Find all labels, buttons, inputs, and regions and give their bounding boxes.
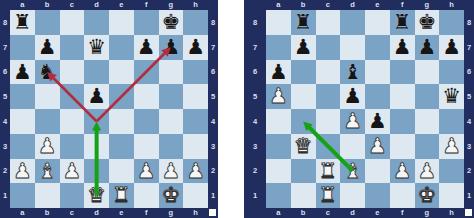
square-b7[interactable]: ♟: [35, 35, 60, 60]
chess-board-left-board: abcdefgh87654321♜♚♟♛♟♟♟♟♞♟♟♟♝♟♟♟♟♛♜♚8765…: [0, 0, 218, 218]
rank-label-7: 7: [253, 43, 257, 52]
black-bishop: ♝: [343, 60, 362, 85]
rank-label-3: 3: [211, 142, 215, 151]
square-e4[interactable]: ♟: [365, 109, 390, 134]
square-d8[interactable]: [84, 10, 109, 35]
square-e2[interactable]: [109, 159, 134, 184]
black-king: ♚: [417, 10, 436, 35]
white-pawn: ♟: [368, 134, 387, 159]
square-g8[interactable]: ♚: [415, 10, 440, 35]
rank-label-1: 1: [467, 191, 471, 200]
rank-labels-right: 87654321: [208, 10, 218, 208]
file-label-g: g: [425, 208, 430, 218]
rank-label-2: 2: [3, 166, 7, 175]
rank-labels-right: 87654321: [464, 10, 474, 208]
square-b7[interactable]: ♟: [291, 35, 316, 60]
black-queen: ♛: [442, 84, 461, 109]
black-rook: ♜: [294, 10, 313, 35]
file-label-f: f: [401, 0, 404, 10]
square-a8[interactable]: [266, 10, 291, 35]
square-f5[interactable]: [134, 84, 159, 109]
square-f8[interactable]: ♜: [390, 10, 415, 35]
square-a4[interactable]: [10, 109, 35, 134]
square-b6[interactable]: ♞: [35, 60, 60, 85]
square-c4[interactable]: [316, 109, 341, 134]
square-d3[interactable]: [84, 134, 109, 159]
black-pawn: ♟: [13, 60, 32, 85]
file-label-c: c: [326, 208, 330, 218]
square-g3[interactable]: [415, 134, 440, 159]
file-label-h: h: [193, 0, 198, 10]
square-d5[interactable]: ♟: [340, 84, 365, 109]
square-b1[interactable]: [291, 183, 316, 208]
square-e1[interactable]: [365, 183, 390, 208]
square-f2[interactable]: ♟: [134, 159, 159, 184]
square-f4[interactable]: [134, 109, 159, 134]
file-label-c: c: [70, 0, 74, 10]
board-middle: 87654321♜♜♚♟♟♟♟♟♝♟♟♛♟♟♛♟♟♜♝♟♟♜♚87654321: [244, 10, 474, 208]
black-pawn: ♟: [393, 35, 412, 60]
file-label-a: a: [20, 208, 24, 218]
rank-label-6: 6: [467, 67, 471, 76]
square-g4[interactable]: [415, 109, 440, 134]
black-pawn: ♟: [186, 35, 205, 60]
square-d3[interactable]: [340, 134, 365, 159]
square-d8[interactable]: [340, 10, 365, 35]
square-h2[interactable]: ♟: [183, 159, 208, 184]
square-a8[interactable]: ♜: [10, 10, 35, 35]
square-a5[interactable]: ♟: [266, 84, 291, 109]
rank-label-8: 8: [3, 18, 7, 27]
white-pawn: ♟: [38, 134, 57, 159]
white-king: ♚: [417, 183, 436, 208]
white-queen: ♛: [87, 183, 106, 208]
file-label-d: d: [94, 0, 99, 10]
square-f1[interactable]: [390, 183, 415, 208]
rank-label-8: 8: [253, 18, 257, 27]
black-king: ♚: [161, 10, 180, 35]
square-a7[interactable]: [10, 35, 35, 60]
rank-label-6: 6: [211, 67, 215, 76]
square-e2[interactable]: [365, 159, 390, 184]
file-label-f: f: [145, 208, 148, 218]
file-label-e: e: [375, 208, 379, 218]
square-c2[interactable]: ♜: [316, 159, 341, 184]
black-pawn: ♟: [38, 35, 57, 60]
white-pawn: ♟: [417, 159, 436, 184]
black-knight: ♞: [38, 60, 57, 85]
rank-label-3: 3: [467, 142, 471, 151]
square-h7[interactable]: ♟: [183, 35, 208, 60]
square-f3[interactable]: [390, 134, 415, 159]
square-a6[interactable]: ♟: [10, 60, 35, 85]
black-pawn: ♟: [137, 35, 156, 60]
square-f7[interactable]: ♟: [134, 35, 159, 60]
square-g1[interactable]: ♚: [415, 183, 440, 208]
square-d7[interactable]: ♛: [84, 35, 109, 60]
square-e1[interactable]: ♜: [109, 183, 134, 208]
square-g8[interactable]: ♚: [159, 10, 184, 35]
rank-label-3: 3: [253, 142, 257, 151]
black-pawn: ♟: [161, 35, 180, 60]
white-pawn: ♟: [343, 109, 362, 134]
white-queen: ♛: [294, 134, 313, 159]
square-c3[interactable]: [316, 134, 341, 159]
square-h5[interactable]: [183, 84, 208, 109]
square-d4[interactable]: [84, 109, 109, 134]
white-pawn: ♟: [186, 159, 205, 184]
square-d6[interactable]: ♝: [340, 60, 365, 85]
rank-label-8: 8: [211, 18, 215, 27]
file-label-c: c: [70, 208, 74, 218]
white-rook: ♜: [318, 183, 337, 208]
square-e6[interactable]: [365, 60, 390, 85]
square-c6[interactable]: [60, 60, 85, 85]
square-a2[interactable]: [266, 159, 291, 184]
black-rook: ♜: [13, 10, 32, 35]
square-b5[interactable]: [291, 84, 316, 109]
black-pawn: ♟: [442, 35, 461, 60]
square-c4[interactable]: [60, 109, 85, 134]
square-f7[interactable]: ♟: [390, 35, 415, 60]
square-a4[interactable]: [266, 109, 291, 134]
square-d5[interactable]: ♟: [84, 84, 109, 109]
rank-label-6: 6: [253, 67, 257, 76]
square-g7[interactable]: ♟: [159, 35, 184, 60]
black-pawn: ♟: [294, 35, 313, 60]
square-e5[interactable]: [109, 84, 134, 109]
square-a6[interactable]: ♟: [266, 60, 291, 85]
square-e7[interactable]: [109, 35, 134, 60]
square-a1[interactable]: [266, 183, 291, 208]
square-c1[interactable]: [60, 183, 85, 208]
square-h3[interactable]: ♟: [439, 134, 464, 159]
board-area: ♜♚♟♛♟♟♟♟♞♟♟♟♝♟♟♟♟♛♜♚: [10, 10, 208, 208]
square-c7[interactable]: [60, 35, 85, 60]
white-pawn: ♟: [269, 84, 288, 109]
square-b4[interactable]: [291, 109, 316, 134]
square-g7[interactable]: ♟: [415, 35, 440, 60]
square-f2[interactable]: ♟: [390, 159, 415, 184]
file-label-g: g: [425, 0, 430, 10]
rank-label-4: 4: [3, 117, 7, 126]
rank-labels-left: 87654321: [0, 10, 10, 208]
white-rook: ♜: [112, 183, 131, 208]
white-pawn: ♟: [62, 159, 81, 184]
square-b1[interactable]: [35, 183, 60, 208]
square-c7[interactable]: [316, 35, 341, 60]
square-h4[interactable]: [183, 109, 208, 134]
square-e3[interactable]: ♟: [365, 134, 390, 159]
white-king: ♚: [161, 183, 180, 208]
white-pawn: ♟: [161, 159, 180, 184]
rank-label-7: 7: [3, 43, 7, 52]
square-g2[interactable]: ♟: [159, 159, 184, 184]
black-rook: ♜: [393, 10, 412, 35]
square-a1[interactable]: [10, 183, 35, 208]
black-pawn: ♟: [417, 35, 436, 60]
file-label-a: a: [20, 0, 24, 10]
square-a3[interactable]: [10, 134, 35, 159]
black-pawn: ♟: [87, 84, 106, 109]
square-f1[interactable]: [134, 183, 159, 208]
rank-label-2: 2: [467, 166, 471, 175]
file-label-e: e: [119, 208, 123, 218]
file-label-a: a: [276, 0, 280, 10]
square-g5[interactable]: [159, 84, 184, 109]
square-c3[interactable]: [60, 134, 85, 159]
square-a5[interactable]: [10, 84, 35, 109]
rank-label-5: 5: [467, 92, 471, 101]
square-c5[interactable]: [60, 84, 85, 109]
rank-label-6: 6: [3, 67, 7, 76]
rank-label-1: 1: [253, 191, 257, 200]
square-g5[interactable]: [415, 84, 440, 109]
rank-label-4: 4: [211, 117, 215, 126]
square-e7[interactable]: [365, 35, 390, 60]
file-labels-bottom: abcdefgh: [10, 208, 208, 218]
square-h6[interactable]: [439, 60, 464, 85]
square-f6[interactable]: [134, 60, 159, 85]
board-grid: ♜♜♚♟♟♟♟♟♝♟♟♛♟♟♛♟♟♜♝♟♟♜♚: [266, 10, 464, 208]
square-g6[interactable]: [415, 60, 440, 85]
square-h1[interactable]: [439, 183, 464, 208]
square-h2[interactable]: [439, 159, 464, 184]
square-h4[interactable]: [439, 109, 464, 134]
square-d6[interactable]: [84, 60, 109, 85]
square-c8[interactable]: [316, 10, 341, 35]
square-c5[interactable]: [316, 84, 341, 109]
square-h3[interactable]: [183, 134, 208, 159]
square-b3[interactable]: ♛: [291, 134, 316, 159]
square-a2[interactable]: ♟: [10, 159, 35, 184]
file-label-d: d: [94, 208, 99, 218]
rank-label-1: 1: [3, 191, 7, 200]
white-pawn: ♟: [442, 134, 461, 159]
square-h8[interactable]: [183, 10, 208, 35]
chess-board-right-board: abcdefgh87654321♜♜♚♟♟♟♟♟♝♟♟♛♟♟♛♟♟♜♝♟♟♜♚8…: [244, 0, 474, 218]
square-f4[interactable]: [390, 109, 415, 134]
file-label-d: d: [350, 208, 355, 218]
square-b4[interactable]: [35, 109, 60, 134]
square-b5[interactable]: [35, 84, 60, 109]
file-labels-top: abcdefgh: [266, 0, 464, 10]
square-a7[interactable]: [266, 35, 291, 60]
white-pawn: ♟: [393, 159, 412, 184]
file-label-b: b: [301, 208, 306, 218]
square-h7[interactable]: ♟: [439, 35, 464, 60]
black-queen: ♛: [87, 35, 106, 60]
square-d4[interactable]: ♟: [340, 109, 365, 134]
file-label-f: f: [145, 0, 148, 10]
rank-label-5: 5: [3, 92, 7, 101]
square-e5[interactable]: [365, 84, 390, 109]
white-pawn: ♟: [137, 159, 156, 184]
square-g4[interactable]: [159, 109, 184, 134]
square-b3[interactable]: ♟: [35, 134, 60, 159]
square-d7[interactable]: [340, 35, 365, 60]
rank-label-2: 2: [211, 166, 215, 175]
rank-label-4: 4: [467, 117, 471, 126]
rank-label-1: 1: [211, 191, 215, 200]
file-label-e: e: [375, 0, 379, 10]
white-bishop: ♝: [343, 159, 362, 184]
square-c2[interactable]: ♟: [60, 159, 85, 184]
file-label-b: b: [45, 0, 50, 10]
square-b2[interactable]: [291, 159, 316, 184]
square-b8[interactable]: ♜: [291, 10, 316, 35]
file-label-g: g: [169, 208, 174, 218]
file-label-c: c: [326, 0, 330, 10]
square-g6[interactable]: [159, 60, 184, 85]
square-g2[interactable]: ♟: [415, 159, 440, 184]
rank-label-5: 5: [253, 92, 257, 101]
corner-marker: [209, 209, 216, 216]
file-label-d: d: [350, 0, 355, 10]
white-rook: ♜: [318, 159, 337, 184]
square-e8[interactable]: [109, 10, 134, 35]
square-h8[interactable]: [439, 10, 464, 35]
rank-label-4: 4: [253, 117, 257, 126]
file-labels-top: abcdefgh: [10, 0, 208, 10]
square-a3[interactable]: [266, 134, 291, 159]
square-e6[interactable]: [109, 60, 134, 85]
file-label-h: h: [449, 208, 454, 218]
square-f6[interactable]: [390, 60, 415, 85]
black-pawn: ♟: [343, 84, 362, 109]
black-pawn: ♟: [269, 60, 288, 85]
square-h5[interactable]: ♛: [439, 84, 464, 109]
file-label-h: h: [449, 0, 454, 10]
file-label-e: e: [119, 0, 123, 10]
square-h6[interactable]: [183, 60, 208, 85]
square-b6[interactable]: [291, 60, 316, 85]
board-grid: ♜♚♟♛♟♟♟♟♞♟♟♟♝♟♟♟♟♛♜♚: [10, 10, 208, 208]
board-middle: 87654321♜♚♟♛♟♟♟♟♞♟♟♟♝♟♟♟♟♛♜♚87654321: [0, 10, 218, 208]
square-g1[interactable]: ♚: [159, 183, 184, 208]
file-labels-bottom: abcdefgh: [266, 208, 464, 218]
square-g3[interactable]: [159, 134, 184, 159]
rank-label-7: 7: [467, 43, 471, 52]
square-f3[interactable]: [134, 134, 159, 159]
white-bishop: ♝: [38, 159, 57, 184]
rank-label-3: 3: [3, 142, 7, 151]
rank-label-8: 8: [467, 18, 471, 27]
square-b8[interactable]: [35, 10, 60, 35]
square-e3[interactable]: [109, 134, 134, 159]
square-d2[interactable]: ♝: [340, 159, 365, 184]
file-label-b: b: [301, 0, 306, 10]
rank-label-5: 5: [211, 92, 215, 101]
square-d2[interactable]: [84, 159, 109, 184]
black-pawn: ♟: [368, 109, 387, 134]
file-label-g: g: [169, 0, 174, 10]
square-d1[interactable]: [340, 183, 365, 208]
file-label-a: a: [276, 208, 280, 218]
white-pawn: ♟: [13, 159, 32, 184]
file-label-b: b: [45, 208, 50, 218]
square-d1[interactable]: ♛: [84, 183, 109, 208]
file-label-h: h: [193, 208, 198, 218]
rank-label-7: 7: [211, 43, 215, 52]
square-f8[interactable]: [134, 10, 159, 35]
square-e4[interactable]: [109, 109, 134, 134]
rank-labels-left: 87654321: [244, 10, 266, 208]
board-area: ♜♜♚♟♟♟♟♟♝♟♟♛♟♟♛♟♟♜♝♟♟♜♚: [266, 10, 464, 208]
square-e8[interactable]: [365, 10, 390, 35]
corner-marker: [465, 209, 472, 216]
square-c8[interactable]: [60, 10, 85, 35]
square-c6[interactable]: [316, 60, 341, 85]
chess-diagram-pair: abcdefgh87654321♜♚♟♛♟♟♟♟♞♟♟♟♝♟♟♟♟♛♜♚8765…: [0, 0, 474, 218]
square-f5[interactable]: [390, 84, 415, 109]
rank-label-2: 2: [253, 166, 257, 175]
square-h1[interactable]: [183, 183, 208, 208]
square-b2[interactable]: ♝: [35, 159, 60, 184]
square-c1[interactable]: ♜: [316, 183, 341, 208]
file-label-f: f: [401, 208, 404, 218]
